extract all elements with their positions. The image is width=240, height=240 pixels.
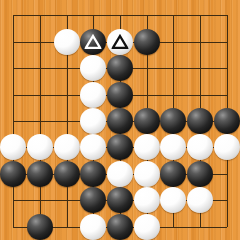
board-point[interactable] bbox=[160, 55, 187, 81]
grid-line-vertical bbox=[147, 15, 148, 28]
black-stone bbox=[107, 214, 133, 240]
black-stone bbox=[160, 108, 186, 134]
grid-line-horizontal bbox=[213, 15, 226, 16]
board-point[interactable] bbox=[160, 214, 187, 240]
board-point[interactable] bbox=[80, 2, 107, 28]
goban-screen bbox=[0, 0, 240, 240]
board-point[interactable] bbox=[107, 2, 134, 28]
board-point[interactable] bbox=[133, 2, 160, 28]
grid-line-vertical bbox=[147, 55, 148, 81]
board-point[interactable] bbox=[80, 161, 107, 187]
board-point[interactable] bbox=[107, 28, 134, 54]
board-point[interactable] bbox=[0, 55, 27, 81]
white-stone bbox=[80, 82, 106, 108]
white-stone bbox=[187, 187, 213, 213]
white-stone bbox=[80, 214, 106, 240]
black-stone bbox=[214, 108, 240, 134]
board-point[interactable] bbox=[53, 28, 80, 54]
board-point[interactable] bbox=[213, 28, 240, 54]
board-point[interactable] bbox=[213, 134, 240, 160]
grid-line-horizontal bbox=[213, 68, 226, 69]
board-point[interactable] bbox=[160, 81, 187, 107]
grid-line-horizontal bbox=[213, 42, 226, 43]
grid-line-vertical bbox=[67, 55, 68, 81]
board-point[interactable] bbox=[27, 81, 54, 107]
white-stone bbox=[80, 55, 106, 81]
white-stone bbox=[80, 134, 106, 160]
grid-line-vertical bbox=[40, 108, 41, 134]
grid-line-vertical bbox=[67, 108, 68, 134]
white-stone bbox=[187, 134, 213, 160]
grid-line-vertical bbox=[200, 55, 201, 81]
board-point[interactable] bbox=[187, 134, 214, 160]
grid-line-horizontal bbox=[13, 200, 26, 201]
grid-line-vertical bbox=[227, 187, 228, 213]
grid-line-vertical bbox=[13, 55, 14, 81]
board-point[interactable] bbox=[80, 134, 107, 160]
white-stone bbox=[54, 29, 80, 55]
grid-line-horizontal bbox=[160, 227, 187, 228]
triangle-marker-icon bbox=[111, 34, 128, 50]
grid-line-vertical bbox=[40, 28, 41, 54]
grid-line-horizontal bbox=[13, 68, 26, 69]
board-point[interactable] bbox=[27, 214, 54, 240]
board-point[interactable] bbox=[133, 134, 160, 160]
black-stone bbox=[107, 108, 133, 134]
board-point[interactable] bbox=[0, 81, 27, 107]
grid-line-horizontal bbox=[13, 15, 26, 16]
grid-line-vertical bbox=[40, 187, 41, 213]
grid-line-vertical bbox=[67, 214, 68, 227]
grid-line-vertical bbox=[67, 187, 68, 213]
board-point[interactable] bbox=[27, 161, 54, 187]
grid-line-horizontal bbox=[187, 227, 214, 228]
board-point[interactable] bbox=[160, 28, 187, 54]
board-point[interactable] bbox=[187, 28, 214, 54]
black-stone bbox=[134, 108, 160, 134]
grid-line-vertical bbox=[13, 15, 14, 28]
board-point[interactable] bbox=[160, 134, 187, 160]
grid-line-vertical bbox=[173, 81, 174, 107]
grid-line-horizontal bbox=[213, 200, 226, 201]
board-point[interactable] bbox=[0, 161, 27, 187]
board-point[interactable] bbox=[213, 161, 240, 187]
grid-line-vertical bbox=[40, 81, 41, 107]
grid-line-vertical bbox=[227, 55, 228, 81]
board-point[interactable] bbox=[213, 2, 240, 28]
board-point[interactable] bbox=[27, 28, 54, 54]
grid-line-vertical bbox=[40, 55, 41, 81]
board-point[interactable] bbox=[133, 55, 160, 81]
triangle-marker-icon bbox=[85, 34, 102, 50]
board-point[interactable] bbox=[27, 187, 54, 213]
white-stone bbox=[214, 134, 240, 160]
grid-line-vertical bbox=[173, 28, 174, 54]
grid-line-vertical bbox=[67, 81, 68, 107]
board-point[interactable] bbox=[107, 108, 134, 134]
black-stone bbox=[27, 161, 53, 187]
grid-line-vertical bbox=[67, 15, 68, 28]
board-point[interactable] bbox=[160, 2, 187, 28]
board-point[interactable] bbox=[53, 2, 80, 28]
board-point[interactable] bbox=[27, 55, 54, 81]
white-stone bbox=[134, 161, 160, 187]
board-point[interactable] bbox=[133, 108, 160, 134]
grid-line-vertical bbox=[200, 15, 201, 28]
black-stone bbox=[80, 187, 106, 213]
grid-line-vertical bbox=[227, 214, 228, 227]
board-point[interactable] bbox=[160, 161, 187, 187]
grid-line-vertical bbox=[40, 15, 41, 28]
grid-line-horizontal bbox=[13, 95, 26, 96]
board-point[interactable] bbox=[107, 134, 134, 160]
board-point[interactable] bbox=[133, 28, 160, 54]
grid-line-vertical bbox=[13, 187, 14, 213]
board-point[interactable] bbox=[107, 214, 134, 240]
board-point[interactable] bbox=[187, 214, 214, 240]
board-point[interactable] bbox=[187, 187, 214, 213]
grid-line-horizontal bbox=[213, 174, 226, 175]
board-point[interactable] bbox=[160, 108, 187, 134]
grid-line-horizontal bbox=[13, 121, 26, 122]
black-stone bbox=[187, 161, 213, 187]
black-stone bbox=[107, 187, 133, 213]
grid-line-horizontal bbox=[53, 227, 80, 228]
black-stone bbox=[54, 161, 80, 187]
board-point[interactable] bbox=[80, 81, 107, 107]
grid-line-vertical bbox=[13, 214, 14, 227]
black-stone bbox=[107, 55, 133, 81]
board-point[interactable] bbox=[80, 28, 107, 54]
black-stone bbox=[187, 108, 213, 134]
grid-line-vertical bbox=[173, 15, 174, 28]
grid-line-vertical bbox=[173, 214, 174, 227]
board-point[interactable] bbox=[133, 161, 160, 187]
board-point[interactable] bbox=[53, 108, 80, 134]
grid-line-vertical bbox=[227, 161, 228, 187]
grid-line-vertical bbox=[13, 28, 14, 54]
board-point[interactable] bbox=[107, 55, 134, 81]
white-stone bbox=[160, 134, 186, 160]
black-stone bbox=[27, 214, 53, 240]
grid-line-vertical bbox=[227, 28, 228, 54]
board-point[interactable] bbox=[0, 134, 27, 160]
grid-line-vertical bbox=[93, 15, 94, 28]
grid-line-vertical bbox=[200, 214, 201, 227]
board-point[interactable] bbox=[213, 55, 240, 81]
board-point[interactable] bbox=[213, 187, 240, 213]
board-point[interactable] bbox=[187, 161, 214, 187]
board-point[interactable] bbox=[0, 108, 27, 134]
grid-line-vertical bbox=[13, 81, 14, 107]
grid-line-vertical bbox=[173, 55, 174, 81]
board-point[interactable] bbox=[133, 187, 160, 213]
board-point[interactable] bbox=[0, 214, 27, 240]
white-stone bbox=[54, 134, 80, 160]
white-stone bbox=[80, 108, 106, 134]
board-point[interactable] bbox=[213, 108, 240, 134]
black-stone bbox=[160, 161, 186, 187]
board-point[interactable] bbox=[53, 214, 80, 240]
grid-line-horizontal bbox=[13, 227, 26, 228]
go-board bbox=[0, 2, 240, 240]
grid-line-vertical bbox=[13, 108, 14, 134]
white-stone bbox=[0, 134, 26, 160]
black-stone bbox=[0, 161, 26, 187]
board-point[interactable] bbox=[53, 187, 80, 213]
board-point[interactable] bbox=[53, 161, 80, 187]
white-stone bbox=[107, 29, 133, 55]
board-point[interactable] bbox=[0, 2, 27, 28]
grid-line-vertical bbox=[227, 81, 228, 107]
black-stone bbox=[107, 134, 133, 160]
board-point[interactable] bbox=[133, 81, 160, 107]
black-stone bbox=[134, 29, 160, 55]
white-stone bbox=[27, 134, 53, 160]
board-point[interactable] bbox=[213, 81, 240, 107]
board-point[interactable] bbox=[0, 28, 27, 54]
board-point[interactable] bbox=[107, 187, 134, 213]
board-point[interactable] bbox=[187, 108, 214, 134]
white-stone bbox=[134, 187, 160, 213]
white-stone bbox=[107, 161, 133, 187]
board-point[interactable] bbox=[80, 108, 107, 134]
grid-line-vertical bbox=[200, 81, 201, 107]
black-stone bbox=[80, 29, 106, 55]
grid-line-horizontal bbox=[13, 42, 26, 43]
board-point[interactable] bbox=[80, 55, 107, 81]
white-stone bbox=[134, 134, 160, 160]
board-point[interactable] bbox=[53, 81, 80, 107]
board-point[interactable] bbox=[160, 187, 187, 213]
board-point[interactable] bbox=[53, 134, 80, 160]
board-point[interactable] bbox=[187, 81, 214, 107]
board-point[interactable] bbox=[80, 214, 107, 240]
grid-line-horizontal bbox=[213, 95, 226, 96]
grid-line-vertical bbox=[120, 15, 121, 28]
board-point[interactable] bbox=[133, 214, 160, 240]
black-stone bbox=[107, 82, 133, 108]
white-stone bbox=[134, 214, 160, 240]
grid-line-vertical bbox=[147, 81, 148, 107]
board-point[interactable] bbox=[187, 2, 214, 28]
board-point[interactable] bbox=[27, 134, 54, 160]
board-point[interactable] bbox=[80, 187, 107, 213]
grid-line-vertical bbox=[200, 28, 201, 54]
board-point[interactable] bbox=[53, 55, 80, 81]
grid-line-horizontal bbox=[213, 227, 226, 228]
board-point[interactable] bbox=[27, 108, 54, 134]
board-point[interactable] bbox=[0, 187, 27, 213]
board-point[interactable] bbox=[213, 214, 240, 240]
grid-line-vertical bbox=[227, 15, 228, 28]
board-point[interactable] bbox=[27, 2, 54, 28]
board-point[interactable] bbox=[187, 55, 214, 81]
white-stone bbox=[160, 187, 186, 213]
black-stone bbox=[80, 161, 106, 187]
board-point[interactable] bbox=[107, 161, 134, 187]
board-point[interactable] bbox=[107, 81, 134, 107]
